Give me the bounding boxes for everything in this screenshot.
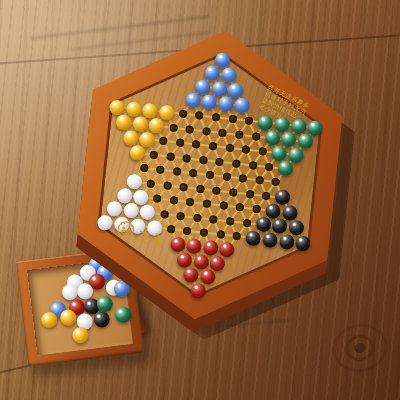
board-hole: [196, 184, 205, 193]
board-hole: [232, 159, 241, 168]
board-hole: [235, 130, 244, 139]
board-hole: [212, 113, 221, 122]
marble-blue: [201, 94, 217, 110]
board-hole: [160, 210, 169, 219]
marble-white: [116, 187, 132, 203]
board-hole: [242, 218, 251, 227]
marble-blue: [204, 65, 220, 81]
board-hole: [262, 191, 271, 200]
board-hole: [149, 150, 158, 159]
board-hole: [226, 216, 235, 225]
board-hole: [183, 227, 192, 236]
board-hole: [209, 142, 218, 151]
marble-red: [190, 282, 206, 298]
board-hole: [228, 115, 237, 124]
board-hole: [251, 132, 260, 141]
board-hole: [166, 152, 175, 161]
marble-yellow: [158, 104, 174, 120]
board-hole: [202, 126, 211, 135]
marble-blue: [211, 80, 227, 96]
marble-black: [295, 235, 311, 251]
board-hole: [222, 172, 231, 181]
board-hole: [233, 232, 242, 241]
marble-yellow: [125, 100, 141, 116]
board-hole: [239, 174, 248, 183]
chinese-checkers-board: 弈海无涯乐趣多 棋逢对手妙无穷 益智怡情佳品 老少皆宜 立牛: [51, 16, 370, 335]
board-hole: [189, 169, 198, 178]
marble-yellow: [122, 129, 138, 145]
board-hole: [265, 162, 274, 171]
board-hole: [199, 155, 208, 164]
marble-black: [281, 204, 297, 220]
marble-red: [183, 267, 199, 283]
marble-blue: [227, 82, 243, 98]
board-hole: [236, 203, 245, 212]
board-hole: [176, 211, 185, 220]
marble-red: [193, 253, 209, 269]
marble-yellow: [142, 102, 158, 118]
board-hole: [185, 125, 194, 134]
marble-black: [271, 218, 287, 234]
product-photo: { "game": "chinese-checkers", "position"…: [0, 0, 400, 400]
board-hole: [245, 189, 254, 198]
marble-black: [275, 189, 291, 205]
board-hole: [195, 111, 204, 120]
board-hole: [272, 178, 281, 187]
board-hole: [186, 198, 195, 207]
marble-green: [278, 160, 294, 176]
marble-yellow: [129, 145, 145, 161]
board-hole: [153, 194, 162, 203]
board-hole: [216, 230, 225, 239]
board-hole: [156, 165, 165, 174]
board-hole: [206, 171, 215, 180]
marble-yellow: [115, 114, 131, 130]
board-hole: [163, 181, 172, 190]
marble-black: [278, 233, 294, 249]
marble-blue: [234, 97, 250, 113]
board-hole: [203, 199, 212, 208]
board-hole: [179, 182, 188, 191]
board-hole: [193, 213, 202, 222]
marble-yellow: [109, 99, 125, 115]
board-hole: [169, 123, 178, 132]
marble-green: [287, 147, 303, 163]
board-hole: [140, 164, 149, 173]
board-hole: [200, 228, 209, 237]
board-hole: [159, 137, 168, 146]
marble-green: [281, 131, 297, 147]
board-hole: [182, 154, 191, 163]
drawer-marble-black: [93, 311, 111, 329]
brand-name-glyphs: [135, 227, 167, 252]
marble-red: [219, 241, 235, 257]
board-hole: [245, 116, 254, 125]
board-hole: [225, 143, 234, 152]
board-hole: [248, 161, 257, 170]
star-grid: [51, 16, 370, 335]
marble-black: [245, 230, 261, 246]
board-hole: [219, 201, 228, 210]
board-hole: [229, 188, 238, 197]
marble-blue: [214, 51, 230, 67]
board-hole: [192, 140, 201, 149]
board-hole: [242, 145, 251, 154]
marble-white: [139, 204, 155, 220]
marble-yellow: [149, 117, 165, 133]
board-hole: [146, 179, 155, 188]
marble-green: [257, 114, 273, 130]
